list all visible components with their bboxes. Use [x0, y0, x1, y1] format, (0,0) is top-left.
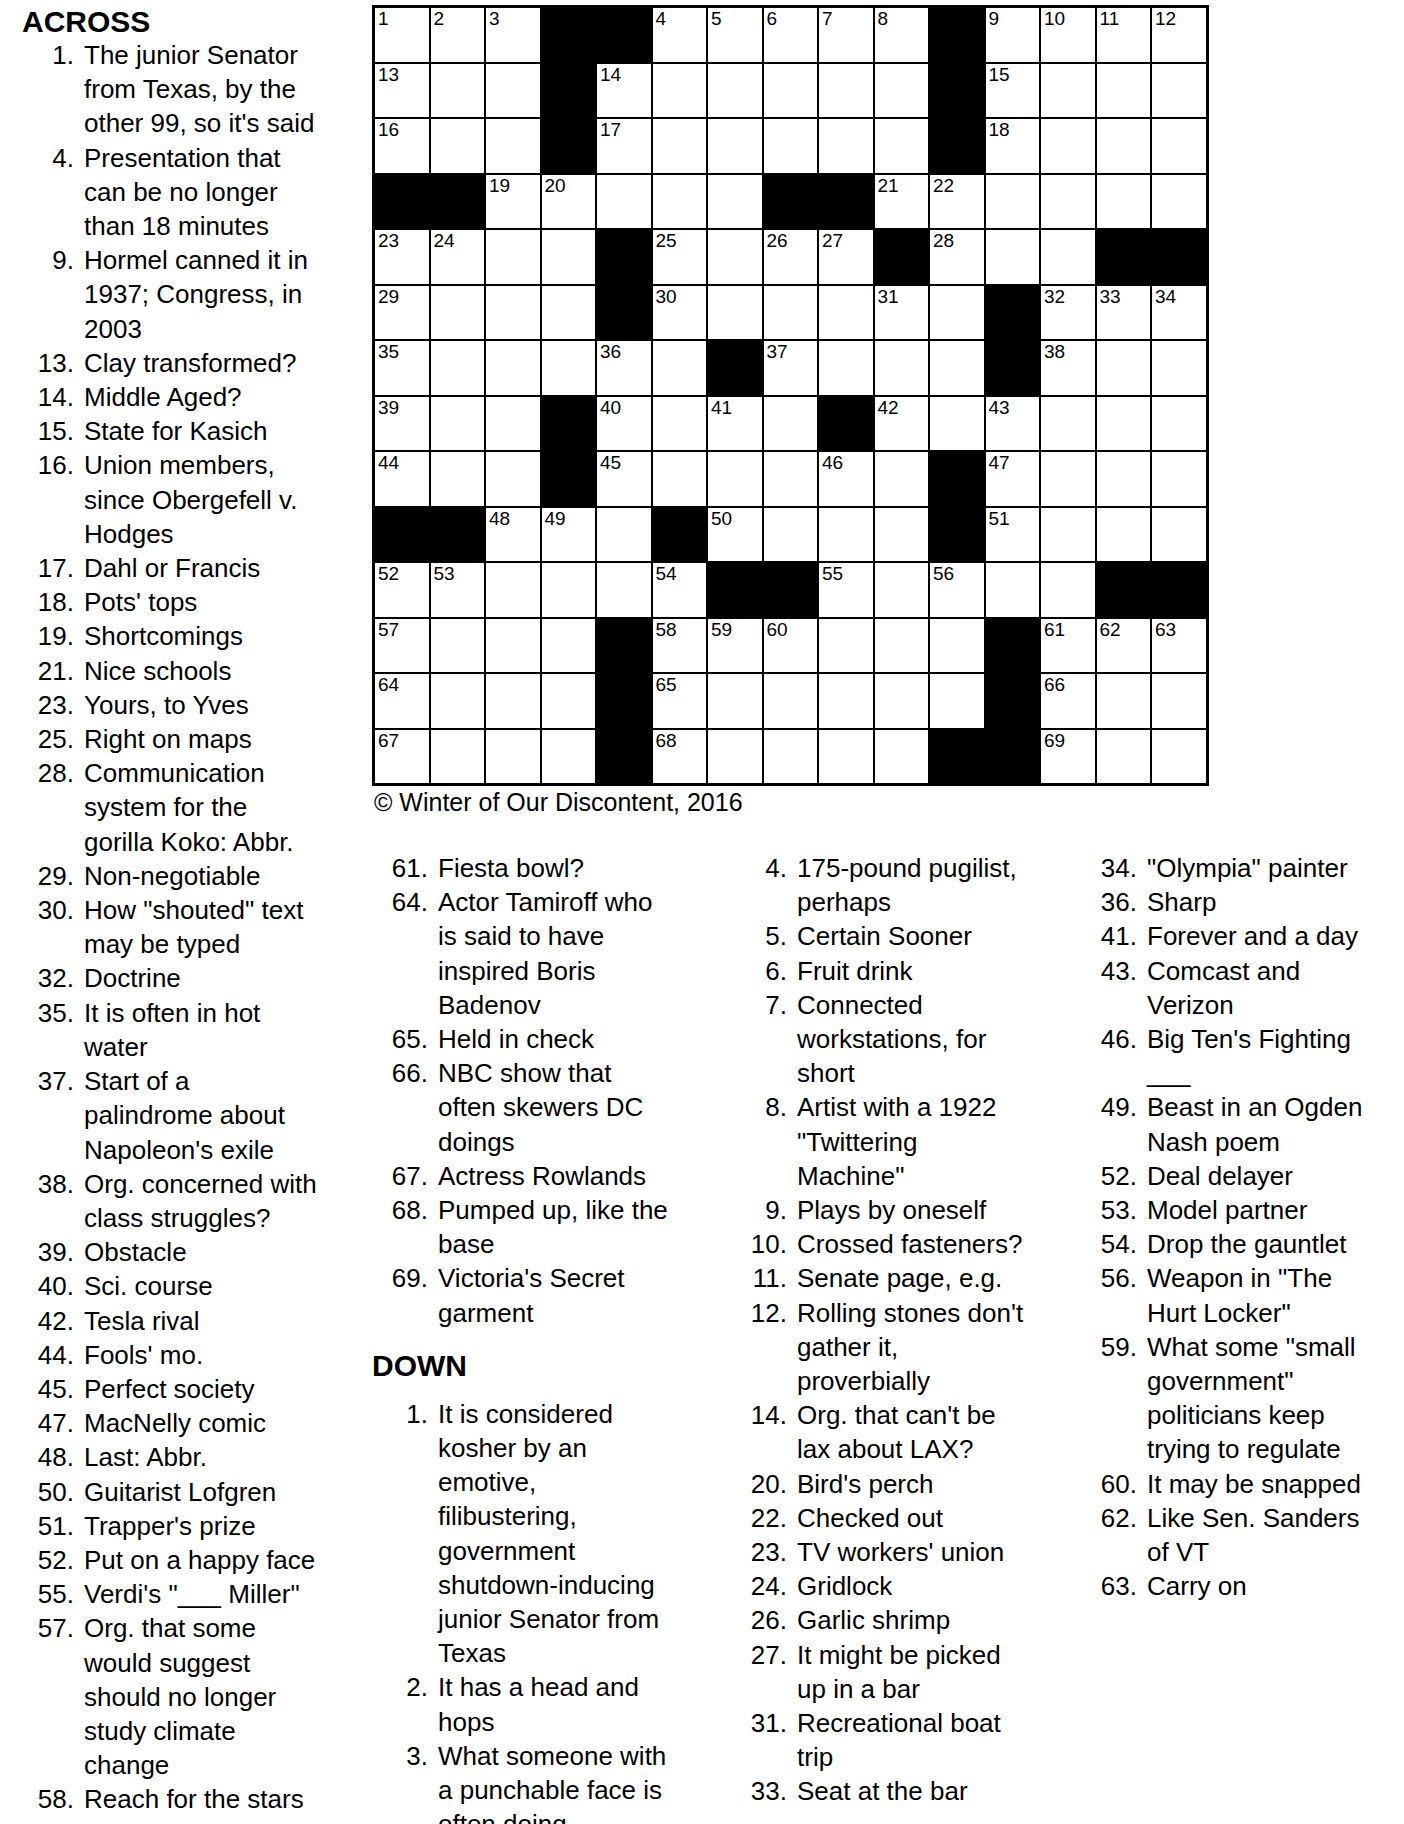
clue-text: What some "small government" politicians… — [1147, 1330, 1356, 1467]
grid-cell[interactable] — [764, 674, 818, 728]
cell-number: 28 — [933, 231, 954, 251]
grid-cell[interactable] — [1097, 175, 1151, 229]
grid-cell[interactable] — [486, 119, 540, 173]
grid-cell[interactable] — [653, 397, 707, 451]
grid-cell[interactable] — [819, 341, 873, 395]
grid-cell[interactable] — [542, 230, 596, 284]
grid-cell[interactable] — [431, 730, 485, 784]
grid-cell[interactable] — [819, 286, 873, 340]
grid-cell[interactable] — [431, 119, 485, 173]
grid-cell[interactable] — [431, 619, 485, 673]
clue-text: Garlic shrimp — [797, 1603, 950, 1637]
grid-cell[interactable] — [431, 452, 485, 506]
clue-item: 12.Rolling stones don't gather it, prove… — [731, 1296, 1026, 1399]
grid-cell-black — [431, 175, 485, 229]
clue-number: 41. — [1081, 919, 1137, 953]
grid-cell[interactable]: 66 — [1041, 674, 1095, 728]
cell-number: 68 — [656, 731, 677, 751]
cell-number: 12 — [1155, 9, 1176, 29]
clue-number: 13. — [22, 346, 74, 380]
grid-cell[interactable] — [708, 286, 762, 340]
grid-cell[interactable] — [1041, 397, 1095, 451]
clue-text: It might be picked up in a bar — [797, 1638, 1001, 1706]
grid-cell[interactable] — [764, 119, 818, 173]
clue-number: 8. — [731, 1090, 787, 1124]
clue-number: 14. — [731, 1398, 787, 1432]
grid-cell[interactable] — [542, 341, 596, 395]
clue-text: Forever and a day — [1147, 919, 1358, 953]
grid-cell[interactable]: 34 — [1152, 286, 1206, 340]
down-col3-list: 4.175-pound pugilist, perhaps5.Certain S… — [731, 851, 1026, 1809]
grid-cell[interactable] — [1152, 397, 1206, 451]
clue-text: It is considered kosher by an emotive, f… — [438, 1397, 659, 1671]
grid-cell[interactable] — [653, 64, 707, 118]
grid-cell-black — [597, 730, 651, 784]
grid-cell[interactable] — [764, 452, 818, 506]
clue-item: 46.Big Ten's Fighting ___ — [1081, 1022, 1401, 1090]
grid-cell[interactable]: 8 — [875, 8, 929, 62]
clue-text: Pumped up, like the base — [438, 1193, 668, 1261]
grid-cell[interactable] — [653, 452, 707, 506]
clue-item: 22.Checked out — [731, 1501, 1026, 1535]
grid-cell[interactable] — [986, 230, 1040, 284]
grid-cell[interactable] — [875, 119, 929, 173]
grid-cell[interactable]: 49 — [542, 508, 596, 562]
grid-cell[interactable]: 62 — [1097, 619, 1151, 673]
clue-text: Drop the gauntlet — [1147, 1227, 1346, 1261]
grid-cell[interactable] — [875, 341, 929, 395]
cell-number: 30 — [656, 287, 677, 307]
clue-item: 9.Plays by oneself — [731, 1193, 1026, 1227]
grid-cell[interactable] — [1097, 341, 1151, 395]
down-col4-list: 34."Olympia" painter36.Sharp41.Forever a… — [1081, 851, 1401, 1603]
clue-text: It is often in hot water — [84, 996, 260, 1064]
cell-number: 62 — [1100, 620, 1121, 640]
clue-number: 42. — [22, 1304, 74, 1338]
grid-cell[interactable]: 19 — [486, 175, 540, 229]
clue-number: 12. — [731, 1296, 787, 1330]
cell-number: 19 — [489, 176, 510, 196]
cell-number: 66 — [1044, 675, 1065, 695]
grid-cell[interactable] — [1152, 452, 1206, 506]
grid-cell[interactable] — [1041, 175, 1095, 229]
grid-cell[interactable]: 32 — [1041, 286, 1095, 340]
grid-cell-black — [986, 674, 1040, 728]
grid-cell[interactable]: 67 — [375, 730, 429, 784]
cell-number: 13 — [378, 65, 399, 85]
grid-cell-black — [930, 8, 984, 62]
grid-cell[interactable]: 23 — [375, 230, 429, 284]
grid-cell[interactable] — [597, 563, 651, 617]
clue-item: 43.Comcast and Verizon — [1081, 954, 1401, 1022]
grid-cell[interactable] — [486, 452, 540, 506]
grid-cell[interactable] — [486, 674, 540, 728]
clue-item: 21.Nice schools — [22, 654, 322, 688]
grid-cell[interactable] — [597, 175, 651, 229]
grid-cell[interactable]: 16 — [375, 119, 429, 173]
cell-number: 39 — [378, 398, 399, 418]
grid-cell[interactable]: 43 — [986, 397, 1040, 451]
grid-cell[interactable] — [819, 64, 873, 118]
grid-cell[interactable] — [486, 230, 540, 284]
grid-cell[interactable] — [930, 397, 984, 451]
grid-cell[interactable] — [930, 341, 984, 395]
cell-number: 9 — [989, 9, 1000, 29]
grid-cell-black — [764, 175, 818, 229]
cell-number: 10 — [1044, 9, 1065, 29]
clue-number: 65. — [372, 1022, 428, 1056]
clue-text: Trapper's prize — [84, 1509, 256, 1543]
clue-number: 7. — [731, 988, 787, 1022]
clue-text: Non-negotiable — [84, 859, 260, 893]
grid-cell[interactable]: 47 — [986, 452, 1040, 506]
grid-cell[interactable]: 46 — [819, 452, 873, 506]
grid-cell[interactable]: 53 — [431, 563, 485, 617]
grid-cell[interactable] — [653, 119, 707, 173]
clue-text: Last: Abbr. — [84, 1440, 207, 1474]
clue-item: 20.Bird's perch — [731, 1467, 1026, 1501]
grid-cell[interactable] — [486, 563, 540, 617]
grid-cell[interactable] — [1041, 64, 1095, 118]
cell-number: 50 — [711, 509, 732, 529]
clue-item: 31.Recreational boat trip — [731, 1706, 1026, 1774]
clue-text: Connected workstations, for short — [797, 988, 986, 1091]
grid-cell[interactable]: 18 — [986, 119, 1040, 173]
grid-cell[interactable]: 13 — [375, 64, 429, 118]
grid-cell-black — [1097, 563, 1151, 617]
grid-cell[interactable]: 12 — [1152, 8, 1206, 62]
grid-cell[interactable] — [930, 619, 984, 673]
grid-cell[interactable] — [431, 341, 485, 395]
clue-item: 29.Non-negotiable — [22, 859, 322, 893]
grid-cell[interactable]: 11 — [1097, 8, 1151, 62]
grid-cell[interactable]: 44 — [375, 452, 429, 506]
grid-cell[interactable] — [1152, 64, 1206, 118]
clue-text: Start of a palindrome about Napoleon's e… — [84, 1064, 285, 1167]
grid-cell[interactable]: 37 — [764, 341, 818, 395]
grid-cell[interactable]: 40 — [597, 397, 651, 451]
grid-cell[interactable] — [1041, 119, 1095, 173]
clue-item: 40.Sci. course — [22, 1269, 322, 1303]
grid-cell[interactable] — [819, 119, 873, 173]
cell-number: 64 — [378, 675, 399, 695]
grid-cell[interactable] — [486, 341, 540, 395]
clue-text: Weapon in "The Hurt Locker" — [1147, 1261, 1332, 1329]
grid-cell[interactable] — [875, 452, 929, 506]
grid-cell[interactable] — [875, 508, 929, 562]
grid-cell[interactable] — [875, 674, 929, 728]
cell-number: 6 — [767, 9, 778, 29]
grid-cell[interactable]: 65 — [653, 674, 707, 728]
grid-cell[interactable] — [708, 175, 762, 229]
grid-cell-black — [986, 286, 1040, 340]
grid-cell[interactable]: 10 — [1041, 8, 1095, 62]
clue-number: 64. — [372, 885, 428, 919]
grid-cell[interactable]: 61 — [1041, 619, 1095, 673]
grid-cell[interactable]: 58 — [653, 619, 707, 673]
clue-text: Org. that some would suggest should no l… — [84, 1611, 276, 1782]
grid-cell[interactable]: 29 — [375, 286, 429, 340]
grid-cell[interactable]: 55 — [819, 563, 873, 617]
grid-cell[interactable] — [1097, 452, 1151, 506]
grid-cell[interactable] — [708, 230, 762, 284]
grid-cell[interactable] — [486, 397, 540, 451]
grid-cell[interactable] — [1041, 230, 1095, 284]
clue-number: 50. — [22, 1475, 74, 1509]
clue-text: Plays by oneself — [797, 1193, 986, 1227]
clue-text: Fools' mo. — [84, 1338, 203, 1372]
grid-cell[interactable] — [542, 563, 596, 617]
grid-cell[interactable]: 50 — [708, 508, 762, 562]
grid-cell-black — [542, 119, 596, 173]
grid-cell[interactable] — [1097, 397, 1151, 451]
grid-cell[interactable]: 39 — [375, 397, 429, 451]
grid-cell[interactable] — [764, 64, 818, 118]
grid-cell[interactable]: 64 — [375, 674, 429, 728]
cell-number: 35 — [378, 342, 399, 362]
grid-cell[interactable] — [431, 397, 485, 451]
grid-cell[interactable] — [486, 619, 540, 673]
cell-number: 25 — [656, 231, 677, 251]
clue-text: Crossed fasteners? — [797, 1227, 1022, 1261]
cell-number: 21 — [878, 176, 899, 196]
grid-cell[interactable]: 28 — [930, 230, 984, 284]
crossword-grid: 1234567891011121314151617181920212223242… — [372, 5, 1209, 786]
grid-cell[interactable] — [1097, 119, 1151, 173]
grid-cell[interactable]: 57 — [375, 619, 429, 673]
clue-text: Actor Tamiroff who is said to have inspi… — [438, 885, 652, 1022]
clue-number: 47. — [22, 1406, 74, 1440]
grid-cell[interactable] — [1152, 730, 1206, 784]
grid-cell[interactable] — [1152, 341, 1206, 395]
grid-cell[interactable]: 56 — [930, 563, 984, 617]
cell-number: 33 — [1100, 287, 1121, 307]
clue-item: 14.Org. that can't be lax about LAX? — [731, 1398, 1026, 1466]
clue-number: 26. — [731, 1603, 787, 1637]
grid-cell-black — [375, 175, 429, 229]
grid-cell[interactable] — [653, 341, 707, 395]
grid-cell[interactable]: 51 — [986, 508, 1040, 562]
clue-number: 22. — [731, 1501, 787, 1535]
cell-number: 60 — [767, 620, 788, 640]
grid-cell[interactable] — [819, 508, 873, 562]
clue-number: 59. — [1081, 1330, 1137, 1364]
grid-cell[interactable] — [708, 674, 762, 728]
cell-number: 36 — [600, 342, 621, 362]
grid-cell[interactable] — [875, 64, 929, 118]
clue-item: 4.175-pound pugilist, perhaps — [731, 851, 1026, 919]
clue-text: Senate page, e.g. — [797, 1261, 1002, 1295]
grid-cell[interactable] — [986, 175, 1040, 229]
grid-cell[interactable]: 33 — [1097, 286, 1151, 340]
clue-item: 16.Union members, since Obergefell v. Ho… — [22, 448, 322, 551]
cell-number: 67 — [378, 731, 399, 751]
grid-cell[interactable]: 20 — [542, 175, 596, 229]
grid-cell[interactable] — [597, 508, 651, 562]
grid-cell[interactable] — [1152, 175, 1206, 229]
cell-number: 18 — [989, 120, 1010, 140]
grid-cell[interactable]: 1 — [375, 8, 429, 62]
grid-cell[interactable]: 63 — [1152, 619, 1206, 673]
grid-cell[interactable]: 69 — [1041, 730, 1095, 784]
grid-cell-black — [930, 119, 984, 173]
grid-cell[interactable] — [542, 619, 596, 673]
grid-cell[interactable]: 41 — [708, 397, 762, 451]
grid-cell[interactable] — [431, 64, 485, 118]
clue-text: Victoria's Secret garment — [438, 1261, 625, 1329]
grid-cell[interactable]: 42 — [875, 397, 929, 451]
clue-number: 17. — [22, 551, 74, 585]
clue-text: It has a head and hops — [438, 1670, 639, 1738]
grid-cell[interactable]: 38 — [1041, 341, 1095, 395]
clue-text: Reach for the stars — [84, 1782, 304, 1816]
grid-cell[interactable] — [764, 286, 818, 340]
clue-item: 60.It may be snapped — [1081, 1467, 1401, 1501]
grid-cell[interactable] — [542, 674, 596, 728]
grid-cell[interactable]: 31 — [875, 286, 929, 340]
grid-cell-black — [542, 64, 596, 118]
grid-cell[interactable] — [1097, 64, 1151, 118]
clue-item: 49.Beast in an Ogden Nash poem — [1081, 1090, 1401, 1158]
grid-cell[interactable] — [708, 119, 762, 173]
clue-text: Shortcomings — [84, 619, 243, 653]
grid-cell[interactable] — [653, 175, 707, 229]
clue-text: Sharp — [1147, 885, 1216, 919]
grid-cell[interactable] — [819, 730, 873, 784]
clue-number: 19. — [22, 619, 74, 653]
grid-cell-black — [597, 619, 651, 673]
grid-cell[interactable] — [486, 64, 540, 118]
clue-item: 8.Artist with a 1922 "Twittering Machine… — [731, 1090, 1026, 1193]
clue-item: 69.Victoria's Secret garment — [372, 1261, 677, 1329]
grid-cell[interactable]: 3 — [486, 8, 540, 62]
cell-number: 26 — [767, 231, 788, 251]
clue-number: 4. — [731, 851, 787, 885]
grid-cell[interactable]: 22 — [930, 175, 984, 229]
grid-cell[interactable]: 6 — [764, 8, 818, 62]
clue-number: 52. — [22, 1543, 74, 1577]
clue-item: 1.It is considered kosher by an emotive,… — [372, 1397, 677, 1671]
clue-text: Fiesta bowl? — [438, 851, 584, 885]
clue-item: 32.Doctrine — [22, 961, 322, 995]
grid-cell[interactable]: 9 — [986, 8, 1040, 62]
clue-text: It may be snapped — [1147, 1467, 1361, 1501]
clue-item: 3.What someone with a punchable face is … — [372, 1739, 677, 1824]
grid-cell[interactable] — [1097, 730, 1151, 784]
grid-cell[interactable] — [875, 563, 929, 617]
clue-number: 30. — [22, 893, 74, 927]
grid-cell[interactable] — [431, 286, 485, 340]
grid-cell[interactable]: 2 — [431, 8, 485, 62]
grid-cell[interactable]: 26 — [764, 230, 818, 284]
grid-cell[interactable] — [764, 508, 818, 562]
grid-cell[interactable] — [1041, 563, 1095, 617]
grid-cell[interactable] — [875, 619, 929, 673]
grid-cell[interactable]: 7 — [819, 8, 873, 62]
grid-cell[interactable] — [986, 563, 1040, 617]
grid-cell[interactable]: 17 — [597, 119, 651, 173]
grid-cell[interactable] — [930, 286, 984, 340]
grid-cell[interactable]: 45 — [597, 452, 651, 506]
down-clues-column-2: 34."Olympia" painter36.Sharp41.Forever a… — [1081, 851, 1401, 1603]
grid-cell[interactable] — [1097, 508, 1151, 562]
grid-cell[interactable]: 15 — [986, 64, 1040, 118]
down-clues-column-1: 4.175-pound pugilist, perhaps5.Certain S… — [731, 851, 1026, 1809]
grid-cell[interactable] — [819, 674, 873, 728]
grid-cell[interactable]: 4 — [653, 8, 707, 62]
clue-item: 27.It might be picked up in a bar — [731, 1638, 1026, 1706]
grid-cell[interactable]: 59 — [708, 619, 762, 673]
clue-item: 24.Gridlock — [731, 1569, 1026, 1603]
grid-cell[interactable] — [1041, 452, 1095, 506]
grid-cell[interactable]: 14 — [597, 64, 651, 118]
grid-cell[interactable] — [764, 397, 818, 451]
grid-cell[interactable] — [486, 286, 540, 340]
grid-cell-black — [708, 563, 762, 617]
grid-cell[interactable] — [875, 730, 929, 784]
clue-number: 11. — [731, 1261, 787, 1295]
grid-cell[interactable]: 35 — [375, 341, 429, 395]
clue-text: TV workers' union — [797, 1535, 1004, 1569]
grid-cell[interactable] — [431, 674, 485, 728]
grid-cell[interactable] — [708, 64, 762, 118]
grid-cell[interactable] — [1152, 674, 1206, 728]
grid-cell[interactable] — [708, 730, 762, 784]
grid-cell[interactable]: 68 — [653, 730, 707, 784]
clue-item: 23.TV workers' union — [731, 1535, 1026, 1569]
grid-cell[interactable]: 25 — [653, 230, 707, 284]
clue-number: 32. — [22, 961, 74, 995]
grid-cell[interactable]: 60 — [764, 619, 818, 673]
clue-text: Held in check — [438, 1022, 594, 1056]
grid-cell[interactable]: 54 — [653, 563, 707, 617]
cell-number: 47 — [989, 453, 1010, 473]
grid-cell[interactable]: 48 — [486, 508, 540, 562]
grid-cell[interactable] — [542, 730, 596, 784]
grid-cell[interactable]: 52 — [375, 563, 429, 617]
clue-number: 37. — [22, 1064, 74, 1098]
grid-cell[interactable] — [708, 452, 762, 506]
grid-cell[interactable] — [1152, 508, 1206, 562]
clue-text: Bird's perch — [797, 1467, 933, 1501]
grid-cell[interactable]: 30 — [653, 286, 707, 340]
grid-cell[interactable] — [930, 674, 984, 728]
clue-text: Rolling stones don't gather it, proverbi… — [797, 1296, 1023, 1399]
grid-cell[interactable]: 36 — [597, 341, 651, 395]
clue-number: 63. — [1081, 1569, 1137, 1603]
clue-text: Presentation that can be no longer than … — [84, 141, 281, 244]
clue-item: 35.It is often in hot water — [22, 996, 322, 1064]
clue-number: 53. — [1081, 1193, 1137, 1227]
grid-cell[interactable]: 27 — [819, 230, 873, 284]
clue-item: 18.Pots' tops — [22, 585, 322, 619]
grid-cell[interactable] — [819, 619, 873, 673]
clue-text: Big Ten's Fighting ___ — [1147, 1022, 1351, 1090]
clue-text: Certain Sooner — [797, 919, 972, 953]
grid-cell[interactable] — [1097, 674, 1151, 728]
grid-cell[interactable]: 21 — [875, 175, 929, 229]
grid-cell[interactable] — [542, 286, 596, 340]
clue-item: 48.Last: Abbr. — [22, 1440, 322, 1474]
grid-cell[interactable] — [1152, 119, 1206, 173]
grid-cell[interactable]: 5 — [708, 8, 762, 62]
grid-cell[interactable] — [1041, 508, 1095, 562]
clue-item: 41.Forever and a day — [1081, 919, 1401, 953]
grid-cell[interactable] — [486, 730, 540, 784]
grid-cell[interactable] — [764, 730, 818, 784]
clue-item: 10.Crossed fasteners? — [731, 1227, 1026, 1261]
grid-cell[interactable]: 24 — [431, 230, 485, 284]
